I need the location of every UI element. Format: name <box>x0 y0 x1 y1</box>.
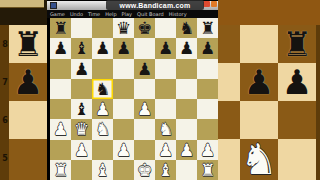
close-button[interactable] <box>203 1 210 7</box>
square-d4[interactable] <box>113 99 134 119</box>
square-g6[interactable] <box>176 59 197 79</box>
square-b8[interactable] <box>71 18 92 38</box>
square-g5[interactable] <box>176 79 197 99</box>
square-a1[interactable]: ♜ <box>50 160 71 180</box>
menu-item-history[interactable]: History <box>169 11 187 17</box>
square-c1[interactable]: ♝ <box>92 160 113 180</box>
white-bishop-f1: ♝ <box>158 160 173 180</box>
watermark-text: www.Bandicam.com <box>119 2 190 9</box>
app-icon <box>50 2 57 9</box>
white-pawn-a3: ♟ <box>53 119 68 139</box>
background-board-rank-border: 8765 <box>0 25 9 180</box>
square-e8[interactable]: ♚ <box>134 18 155 38</box>
menu-item-time[interactable]: Time <box>88 11 100 17</box>
bg-white-knight-g5: ♞ <box>240 141 278 179</box>
square-a8[interactable]: ♜ <box>50 18 71 38</box>
square-e1[interactable]: ♚ <box>134 160 155 180</box>
square-e3[interactable] <box>134 119 155 139</box>
square-b1[interactable] <box>71 160 92 180</box>
square-c5[interactable]: ♞ <box>92 79 113 99</box>
bg-black-rook-a8: ♜ <box>13 25 43 63</box>
bg-square-g6 <box>240 101 278 139</box>
square-h7[interactable]: ♟ <box>197 38 218 58</box>
square-f8[interactable] <box>155 18 176 38</box>
square-a4[interactable] <box>50 99 71 119</box>
black-bishop-b4: ♝ <box>74 99 89 119</box>
bg-square-g7: ♟ <box>240 63 278 101</box>
white-pawn-b2: ♟ <box>74 140 89 160</box>
square-c2[interactable] <box>92 140 113 160</box>
square-b3[interactable]: ♛ <box>71 119 92 139</box>
bg-rank-label-7: 7 <box>1 78 9 87</box>
menu-item-undo[interactable]: Undo <box>70 11 83 17</box>
bg-square-h6 <box>278 101 316 139</box>
square-b2[interactable]: ♟ <box>71 140 92 160</box>
square-a2[interactable] <box>50 140 71 160</box>
square-f7[interactable]: ♟ <box>155 38 176 58</box>
black-knight-c5: ♞ <box>95 79 110 99</box>
square-h2[interactable]: ♟ <box>197 140 218 160</box>
bg-square-a5 <box>9 139 47 180</box>
white-pawn-d2: ♟ <box>116 140 131 160</box>
square-a5[interactable] <box>50 79 71 99</box>
square-c6[interactable] <box>92 59 113 79</box>
square-d8[interactable]: ♛ <box>113 18 134 38</box>
bg-square-a8: ♜ <box>9 25 47 63</box>
menu-item-game[interactable]: Game <box>50 11 65 17</box>
white-bishop-c1: ♝ <box>95 160 110 180</box>
bg-rank-label-6: 6 <box>1 116 9 125</box>
square-b7[interactable]: ♝ <box>71 38 92 58</box>
bg-square-h5 <box>278 139 316 180</box>
chess-app-window: GameUndoTimeHelpPlayQuit BoardHistory ♜♛… <box>47 0 218 180</box>
menu-item-play[interactable]: Play <box>122 11 132 17</box>
square-a6[interactable] <box>50 59 71 79</box>
white-rook-h1: ♜ <box>200 160 215 180</box>
black-pawn-f7: ♟ <box>158 38 173 58</box>
black-pawn-c7: ♟ <box>95 38 110 58</box>
bg-rank-label-8: 8 <box>1 40 9 49</box>
square-b5[interactable] <box>71 79 92 99</box>
black-queen-d8: ♛ <box>116 18 131 38</box>
square-e4[interactable]: ♟ <box>134 99 155 119</box>
square-d6[interactable] <box>113 59 134 79</box>
square-f1[interactable]: ♝ <box>155 160 176 180</box>
square-d5[interactable] <box>113 79 134 99</box>
black-pawn-a7: ♟ <box>53 38 68 58</box>
background-taskbar-strip <box>0 0 44 8</box>
white-knight-c3: ♞ <box>95 119 110 139</box>
white-pawn-g2: ♟ <box>179 140 194 160</box>
square-g3[interactable] <box>176 119 197 139</box>
bg-black-pawn-a7: ♟ <box>13 63 43 101</box>
chess-board: ♜♛♚♞♜♟♝♟♟♟♟♟♟♟♞♝♟♟♟♛♞♞♟♟♟♟♟♜♝♚♝♜ <box>50 18 218 180</box>
square-g1[interactable] <box>176 160 197 180</box>
square-g8[interactable]: ♞ <box>176 18 197 38</box>
square-h3[interactable] <box>197 119 218 139</box>
square-d2[interactable]: ♟ <box>113 140 134 160</box>
bg-square-g5: ♞ <box>240 139 278 180</box>
square-c8[interactable] <box>92 18 113 38</box>
square-d7[interactable]: ♟ <box>113 38 134 58</box>
bg-square-a6 <box>9 101 47 139</box>
square-d1[interactable] <box>113 160 134 180</box>
black-pawn-d7: ♟ <box>116 38 131 58</box>
black-knight-g8: ♞ <box>179 18 194 38</box>
bg-square-f8 <box>218 25 240 63</box>
black-rook-a8: ♜ <box>53 18 68 38</box>
bg-black-rook-h8: ♜ <box>282 25 312 63</box>
bg-square-a7: ♟ <box>9 63 47 101</box>
square-h1[interactable]: ♜ <box>197 160 218 180</box>
square-f4[interactable] <box>155 99 176 119</box>
square-a7[interactable]: ♟ <box>50 38 71 58</box>
minimize-button[interactable] <box>211 1 217 7</box>
square-g2[interactable]: ♟ <box>176 140 197 160</box>
white-queen-b3: ♛ <box>74 119 89 139</box>
square-g7[interactable]: ♟ <box>176 38 197 58</box>
bg-square-h7: ♟ <box>278 63 316 101</box>
square-b4[interactable]: ♝ <box>71 99 92 119</box>
white-rook-a1: ♜ <box>53 160 68 180</box>
square-h4[interactable] <box>197 99 218 119</box>
white-pawn-c4: ♟ <box>95 99 110 119</box>
menu-item-quit-board[interactable]: Quit Board <box>137 11 164 17</box>
background-board-right-border <box>316 25 320 180</box>
square-e2[interactable] <box>134 140 155 160</box>
square-h8[interactable]: ♜ <box>197 18 218 38</box>
square-h5[interactable] <box>197 79 218 99</box>
square-e5[interactable] <box>134 79 155 99</box>
bg-square-f6 <box>218 101 240 139</box>
bg-rank-label-5: 5 <box>1 154 9 163</box>
black-pawn-e6: ♟ <box>137 59 152 79</box>
square-f5[interactable] <box>155 79 176 99</box>
bg-black-pawn-h7: ♟ <box>282 63 312 101</box>
black-pawn-g7: ♟ <box>179 38 194 58</box>
black-king-e8: ♚ <box>137 18 152 38</box>
white-king-e1: ♚ <box>137 160 152 180</box>
square-b6[interactable]: ♟ <box>71 59 92 79</box>
menu-item-help[interactable]: Help <box>105 11 116 17</box>
square-a3[interactable]: ♟ <box>50 119 71 139</box>
white-pawn-f2: ♟ <box>158 140 173 160</box>
square-c3[interactable]: ♞ <box>92 119 113 139</box>
screenshot-root: 8765 ♜♟♜♟♟♞ GameUndoTimeHelpPlayQuit Boa… <box>0 0 320 180</box>
square-c4[interactable]: ♟ <box>92 99 113 119</box>
black-bishop-b7: ♝ <box>74 38 89 58</box>
white-pawn-h2: ♟ <box>200 140 215 160</box>
black-pawn-b6: ♟ <box>74 59 89 79</box>
bg-square-f7 <box>218 63 240 101</box>
square-d3[interactable] <box>113 119 134 139</box>
square-h6[interactable] <box>197 59 218 79</box>
square-f2[interactable]: ♟ <box>155 140 176 160</box>
square-g4[interactable] <box>176 99 197 119</box>
square-f3[interactable]: ♞ <box>155 119 176 139</box>
bg-square-g8 <box>240 25 278 63</box>
square-c7[interactable]: ♟ <box>92 38 113 58</box>
bg-square-f5 <box>218 139 240 180</box>
square-e7[interactable] <box>134 38 155 58</box>
square-f6[interactable] <box>155 59 176 79</box>
bg-black-pawn-g7: ♟ <box>244 63 274 101</box>
bg-square-h8: ♜ <box>278 25 316 63</box>
white-knight-f3: ♞ <box>158 119 173 139</box>
menu-bar: GameUndoTimeHelpPlayQuit BoardHistory <box>47 10 218 18</box>
square-e6[interactable]: ♟ <box>134 59 155 79</box>
white-pawn-e4: ♟ <box>137 99 152 119</box>
background-top-right <box>218 0 320 25</box>
black-pawn-h7: ♟ <box>200 38 215 58</box>
bandicam-watermark: www.Bandicam.com <box>106 0 204 10</box>
black-rook-h8: ♜ <box>200 18 215 38</box>
